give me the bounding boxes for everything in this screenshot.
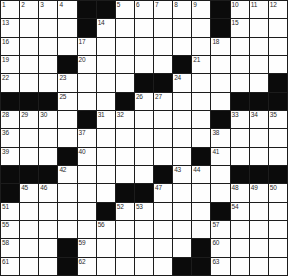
grid-cell[interactable] [20,19,38,36]
grid-cell[interactable] [97,258,115,275]
grid-cell[interactable] [250,19,268,36]
grid-cell[interactable]: 6 [135,1,153,18]
grid-cell[interactable] [97,129,115,146]
black-square [250,166,268,183]
grid-cell[interactable] [58,221,76,238]
black-square [250,93,268,110]
grid-cell[interactable] [173,148,191,165]
grid-cell[interactable]: 42 [58,166,76,183]
grid-cell[interactable] [78,221,96,238]
grid-cell[interactable] [211,166,229,183]
black-square [211,203,229,220]
grid-cell[interactable] [192,19,210,36]
grid-cell[interactable] [58,129,76,146]
black-square [192,239,210,256]
clue-number: 5 [117,1,120,8]
grid-cell[interactable] [39,56,57,73]
grid-cell[interactable] [116,38,134,55]
grid-cell[interactable] [116,166,134,183]
grid-cell[interactable] [192,129,210,146]
grid-cell[interactable] [269,38,287,55]
black-square [192,148,210,165]
grid-cell[interactable] [250,148,268,165]
grid-cell[interactable] [250,74,268,91]
grid-cell[interactable]: 37 [78,129,96,146]
clue-number: 8 [174,1,177,8]
grid-cell[interactable] [250,203,268,220]
grid-cell[interactable] [116,221,134,238]
clue-number: 37 [79,129,86,136]
black-square [78,1,96,18]
grid-cell[interactable] [20,74,38,91]
grid-cell[interactable] [192,93,210,110]
grid-cell[interactable]: 8 [173,1,191,18]
grid-cell[interactable]: 21 [192,56,210,73]
clue-number: 12 [270,1,277,8]
clue-number: 33 [232,111,239,118]
grid-cell[interactable] [269,203,287,220]
grid-cell[interactable] [135,19,153,36]
clue-number: 29 [21,111,28,118]
clue-number: 41 [212,148,219,155]
clue-number: 40 [79,148,86,155]
grid-cell[interactable]: 41 [211,148,229,165]
grid-cell[interactable] [39,239,57,256]
grid-cell[interactable] [58,38,76,55]
grid-cell[interactable]: 48 [231,184,249,201]
clue-number: 54 [232,203,239,210]
grid-cell[interactable] [250,239,268,256]
clue-number: 30 [40,111,47,118]
grid-cell[interactable]: 23 [58,74,76,91]
black-square [211,1,229,18]
clue-number: 49 [251,184,258,191]
clue-number: 32 [117,111,124,118]
grid-cell[interactable] [58,111,76,128]
black-square [97,203,115,220]
grid-cell[interactable] [78,93,96,110]
grid-cell[interactable]: 55 [1,221,19,238]
grid-cell[interactable] [39,203,57,220]
grid-cell[interactable] [154,203,172,220]
black-square [58,56,76,73]
grid-cell[interactable] [173,203,191,220]
black-square [58,258,76,275]
grid-cell[interactable] [135,56,153,73]
grid-cell[interactable]: 24 [173,74,191,91]
black-square [1,184,19,201]
grid-cell[interactable]: 30 [39,111,57,128]
grid-cell[interactable]: 25 [58,93,76,110]
grid-cell[interactable] [116,148,134,165]
grid-cell[interactable]: 18 [211,38,229,55]
grid-cell[interactable]: 29 [20,111,38,128]
grid-cell[interactable] [135,258,153,275]
grid-cell[interactable] [135,111,153,128]
grid-cell[interactable] [250,56,268,73]
grid-cell[interactable] [116,74,134,91]
grid-cell[interactable] [154,148,172,165]
grid-cell[interactable] [154,258,172,275]
clue-number: 6 [136,1,139,8]
grid-cell[interactable]: 14 [97,19,115,36]
grid-cell[interactable]: 38 [211,129,229,146]
grid-cell[interactable] [231,74,249,91]
grid-cell[interactable]: 7 [154,1,172,18]
clue-number: 17 [79,38,86,45]
clue-number: 39 [2,148,9,155]
black-square [116,93,134,110]
grid-cell[interactable] [58,19,76,36]
grid-cell[interactable] [192,221,210,238]
grid-cell[interactable]: 59 [78,239,96,256]
clue-number: 1 [2,1,5,8]
grid-cell[interactable]: 19 [1,56,19,73]
grid-cell[interactable]: 11 [250,1,268,18]
grid-cell[interactable] [97,239,115,256]
grid-cell[interactable] [39,129,57,146]
grid-cell[interactable] [135,129,153,146]
grid-cell[interactable]: 57 [211,221,229,238]
grid-cell[interactable]: 60 [211,239,229,256]
grid-cell[interactable]: 26 [135,93,153,110]
grid-cell[interactable]: 32 [116,111,134,128]
grid-cell[interactable] [231,148,249,165]
clue-number: 24 [174,74,181,81]
grid-cell[interactable] [39,258,57,275]
grid-cell[interactable] [154,111,172,128]
grid-cell[interactable] [269,221,287,238]
grid-cell[interactable] [154,19,172,36]
grid-cell[interactable] [231,258,249,275]
grid-cell[interactable] [173,184,191,201]
grid-cell[interactable] [135,239,153,256]
grid-cell[interactable] [135,148,153,165]
grid-cell[interactable]: 10 [231,1,249,18]
grid-cell[interactable]: 43 [173,166,191,183]
grid-cell[interactable] [231,38,249,55]
grid-cell[interactable]: 13 [1,19,19,36]
black-square [211,111,229,128]
black-square [231,93,249,110]
grid-cell[interactable]: 33 [231,111,249,128]
grid-cell[interactable] [97,38,115,55]
grid-cell[interactable]: 3 [39,1,57,18]
clue-number: 36 [2,129,9,136]
black-square [58,148,76,165]
grid-cell[interactable] [250,258,268,275]
clue-number: 55 [2,221,9,228]
grid-cell[interactable] [269,129,287,146]
grid-cell[interactable] [116,129,134,146]
crossword-grid: 1234567891011121314151617181920212223242… [0,0,288,276]
grid-cell[interactable]: 5 [116,1,134,18]
grid-cell[interactable]: 40 [78,148,96,165]
grid-cell[interactable] [211,74,229,91]
grid-cell[interactable] [173,239,191,256]
black-square [1,166,19,183]
black-square [116,184,134,201]
grid-cell[interactable] [173,221,191,238]
grid-cell[interactable]: 22 [1,74,19,91]
black-square [211,19,229,36]
black-square [78,19,96,36]
grid-cell[interactable] [97,148,115,165]
black-square [39,93,57,110]
grid-cell[interactable]: 50 [269,184,287,201]
black-square [269,74,287,91]
grid-cell[interactable] [192,111,210,128]
clue-number: 34 [251,111,258,118]
grid-cell[interactable] [20,148,38,165]
grid-cell[interactable] [97,56,115,73]
grid-cell[interactable] [211,93,229,110]
grid-cell[interactable] [20,203,38,220]
grid-cell[interactable]: 63 [211,258,229,275]
grid-cell[interactable] [154,38,172,55]
grid-cell[interactable] [269,56,287,73]
clue-number: 53 [136,203,143,210]
clue-number: 50 [270,184,277,191]
grid-cell[interactable] [231,221,249,238]
grid-cell[interactable]: 20 [78,56,96,73]
black-square [1,93,19,110]
grid-cell[interactable]: 61 [1,258,19,275]
grid-cell[interactable] [78,184,96,201]
grid-cell[interactable]: 12 [269,1,287,18]
grid-cell[interactable] [116,19,134,36]
grid-cell[interactable] [116,56,134,73]
clue-number: 23 [59,74,66,81]
clue-number: 62 [79,258,86,265]
grid-cell[interactable] [231,239,249,256]
clue-number: 38 [212,129,219,136]
clue-number: 58 [2,239,9,246]
clue-number: 13 [2,19,9,26]
clue-number: 18 [212,38,219,45]
black-square [20,166,38,183]
grid-cell[interactable]: 2 [20,1,38,18]
grid-cell[interactable]: 34 [250,111,268,128]
grid-cell[interactable] [39,221,57,238]
grid-cell[interactable]: 51 [1,203,19,220]
grid-cell[interactable] [173,19,191,36]
grid-cell[interactable] [173,111,191,128]
grid-cell[interactable] [173,38,191,55]
grid-cell[interactable]: 16 [1,38,19,55]
grid-cell[interactable] [192,74,210,91]
grid-cell[interactable]: 46 [39,184,57,201]
black-square [154,74,172,91]
clue-number: 47 [155,184,162,191]
grid-cell[interactable] [269,148,287,165]
grid-cell[interactable]: 52 [116,203,134,220]
grid-cell[interactable] [135,166,153,183]
clue-number: 52 [117,203,124,210]
clue-number: 11 [251,1,257,8]
grid-cell[interactable] [39,38,57,55]
grid-cell[interactable] [78,166,96,183]
clue-number: 35 [270,111,277,118]
clue-number: 43 [174,166,181,173]
grid-cell[interactable] [20,221,38,238]
black-square [154,166,172,183]
grid-cell[interactable]: 58 [1,239,19,256]
clue-number: 22 [2,74,9,81]
grid-cell[interactable] [269,239,287,256]
clue-number: 27 [155,93,162,100]
black-square [192,258,210,275]
grid-cell[interactable] [269,258,287,275]
clue-number: 7 [155,1,158,8]
grid-cell[interactable] [135,38,153,55]
clue-number: 60 [212,239,219,246]
clue-number: 21 [193,56,200,63]
grid-cell[interactable]: 62 [78,258,96,275]
grid-cell[interactable]: 49 [250,184,268,201]
grid-cell[interactable]: 1 [1,1,19,18]
grid-cell[interactable] [20,56,38,73]
clue-number: 15 [232,19,239,26]
clue-number: 56 [98,221,105,228]
grid-cell[interactable] [192,38,210,55]
clue-number: 25 [59,93,66,100]
grid-cell[interactable] [250,38,268,55]
grid-cell[interactable]: 39 [1,148,19,165]
grid-cell[interactable] [20,258,38,275]
grid-cell[interactable]: 56 [97,221,115,238]
clue-number: 26 [136,93,143,100]
grid-cell[interactable] [97,93,115,110]
grid-cell[interactable] [250,129,268,146]
grid-cell[interactable] [39,148,57,165]
grid-cell[interactable]: 53 [135,203,153,220]
clue-number: 4 [59,1,62,8]
grid-cell[interactable] [231,129,249,146]
grid-cell[interactable]: 45 [20,184,38,201]
grid-cell[interactable] [39,74,57,91]
grid-cell[interactable] [154,56,172,73]
clue-number: 42 [59,166,66,173]
clue-number: 20 [79,56,86,63]
clue-number: 63 [212,258,219,265]
grid-cell[interactable] [154,221,172,238]
grid-cell[interactable]: 35 [269,111,287,128]
grid-cell[interactable] [135,221,153,238]
clue-number: 14 [98,19,105,26]
grid-cell[interactable] [20,239,38,256]
clue-number: 45 [21,184,28,191]
grid-cell[interactable]: 36 [1,129,19,146]
black-square [39,166,57,183]
grid-cell[interactable]: 54 [231,203,249,220]
grid-cell[interactable] [154,129,172,146]
grid-cell[interactable] [173,93,191,110]
grid-cell[interactable] [97,184,115,201]
grid-cell[interactable] [116,239,134,256]
black-square [269,93,287,110]
grid-cell[interactable] [78,74,96,91]
clue-number: 46 [40,184,47,191]
clue-number: 31 [98,111,105,118]
black-square [269,166,287,183]
black-square [173,56,191,73]
grid-cell[interactable] [58,203,76,220]
clue-number: 9 [193,1,196,8]
grid-cell[interactable]: 27 [154,93,172,110]
grid-cell[interactable] [173,129,191,146]
grid-cell[interactable]: 4 [58,1,76,18]
black-square [173,258,191,275]
clue-number: 10 [232,1,239,8]
black-square [78,111,96,128]
clue-number: 48 [232,184,239,191]
clue-number: 19 [2,56,9,63]
grid-cell[interactable] [211,56,229,73]
grid-cell[interactable] [116,258,134,275]
grid-cell[interactable]: 15 [231,19,249,36]
black-square [58,239,76,256]
grid-cell[interactable]: 31 [97,111,115,128]
grid-cell[interactable] [192,203,210,220]
clue-number: 16 [2,38,9,45]
clue-number: 59 [79,239,86,246]
black-square [97,1,115,18]
grid-cell[interactable] [192,184,210,201]
clue-number: 57 [212,221,219,228]
clue-number: 3 [40,1,43,8]
black-square [135,74,153,91]
clue-number: 61 [2,258,9,265]
clue-number: 28 [2,111,9,118]
black-square [135,184,153,201]
grid-cell[interactable] [211,184,229,201]
black-square [20,93,38,110]
grid-cell[interactable]: 17 [78,38,96,55]
grid-cell[interactable] [269,19,287,36]
grid-cell[interactable]: 47 [154,184,172,201]
grid-cell[interactable] [58,184,76,201]
grid-cell[interactable]: 9 [192,1,210,18]
clue-number: 44 [193,166,200,173]
grid-cell[interactable] [154,239,172,256]
grid-cell[interactable] [78,203,96,220]
grid-cell[interactable]: 28 [1,111,19,128]
grid-cell[interactable]: 44 [192,166,210,183]
grid-cell[interactable] [39,19,57,36]
grid-cell[interactable] [231,56,249,73]
grid-cell[interactable] [250,221,268,238]
black-square [231,166,249,183]
grid-cell[interactable] [97,166,115,183]
grid-cell[interactable] [97,74,115,91]
grid-cell[interactable] [20,38,38,55]
clue-number: 2 [21,1,24,8]
grid-cell[interactable] [20,129,38,146]
clue-number: 51 [2,203,9,210]
